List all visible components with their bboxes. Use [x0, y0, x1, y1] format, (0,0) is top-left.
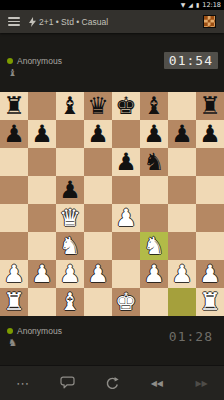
refresh-icon: [105, 376, 119, 390]
top-player-name: Anonymous: [17, 56, 62, 66]
chat-bubble-icon: [60, 376, 75, 390]
square-d8[interactable]: ♛: [84, 92, 112, 120]
piece-white-pawn[interactable]: ♟: [143, 260, 165, 288]
square-c2[interactable]: ♟: [56, 260, 84, 288]
refresh-button[interactable]: [102, 376, 122, 390]
piece-white-pawn[interactable]: ♟: [171, 260, 193, 288]
square-a5[interactable]: [0, 176, 28, 204]
piece-white-pawn[interactable]: ♟: [59, 260, 81, 288]
bottom-player-name: Anonymous: [17, 326, 62, 336]
square-c6[interactable]: [56, 148, 84, 176]
square-a1[interactable]: ♜: [0, 288, 28, 316]
square-b2[interactable]: ♟: [28, 260, 56, 288]
square-b6[interactable]: [28, 148, 56, 176]
square-h8[interactable]: ♜: [196, 92, 224, 120]
square-h1[interactable]: ♜: [196, 288, 224, 316]
piece-white-pawn[interactable]: ♟: [3, 260, 25, 288]
square-d1[interactable]: [84, 288, 112, 316]
top-player-info: Anonymous ♝: [7, 56, 62, 78]
square-a6[interactable]: [0, 148, 28, 176]
square-a2[interactable]: ♟: [0, 260, 28, 288]
more-options-button[interactable]: ⋯: [12, 376, 32, 391]
square-e1[interactable]: ♚: [112, 288, 140, 316]
square-h4[interactable]: [196, 204, 224, 232]
square-a8[interactable]: ♜: [0, 92, 28, 120]
square-g8[interactable]: [168, 92, 196, 120]
chat-button[interactable]: [57, 376, 77, 390]
square-f7[interactable]: ♟: [140, 120, 168, 148]
square-f4[interactable]: [140, 204, 168, 232]
square-e3[interactable]: [112, 232, 140, 260]
square-c8[interactable]: ♝: [56, 92, 84, 120]
square-d6[interactable]: [84, 148, 112, 176]
piece-black-queen[interactable]: ♛: [87, 92, 109, 120]
square-e5[interactable]: [112, 176, 140, 204]
piece-black-bishop[interactable]: ♝: [59, 92, 81, 120]
square-h3[interactable]: [196, 232, 224, 260]
piece-black-pawn[interactable]: ♟: [115, 148, 137, 176]
square-h5[interactable]: [196, 176, 224, 204]
square-d2[interactable]: ♟: [84, 260, 112, 288]
bottom-captured-pieces: ♞: [8, 337, 62, 348]
square-c1[interactable]: ♝: [56, 288, 84, 316]
square-a7[interactable]: ♟: [0, 120, 28, 148]
hamburger-menu-icon[interactable]: [8, 17, 20, 26]
square-d5[interactable]: [84, 176, 112, 204]
square-g6[interactable]: [168, 148, 196, 176]
piece-white-queen[interactable]: ♛: [59, 204, 81, 232]
piece-white-bishop[interactable]: ♝: [59, 288, 81, 316]
piece-black-rook[interactable]: ♜: [3, 92, 25, 120]
square-c5[interactable]: ♟: [56, 176, 84, 204]
forward-button[interactable]: ▶▶: [192, 379, 212, 388]
square-f2[interactable]: ♟: [140, 260, 168, 288]
piece-black-pawn[interactable]: ♟: [59, 176, 81, 204]
piece-white-knight[interactable]: ♞: [59, 232, 81, 260]
square-g7[interactable]: ♟: [168, 120, 196, 148]
square-b1[interactable]: [28, 288, 56, 316]
square-e4[interactable]: ♟: [112, 204, 140, 232]
square-e2[interactable]: [112, 260, 140, 288]
app-window: ▼ ◢ ▮ 12:18 2+1 • Std • Casual Anonymous…: [0, 0, 224, 400]
square-d7[interactable]: ♟: [84, 120, 112, 148]
online-indicator: [7, 328, 13, 334]
square-b5[interactable]: [28, 176, 56, 204]
status-bar: ▼ ◢ ▮ 12:18: [0, 0, 224, 10]
status-clock: 12:18: [202, 0, 221, 10]
bottom-player-clock: 01:28: [164, 328, 218, 345]
square-g3[interactable]: [168, 232, 196, 260]
app-bar: 2+1 • Std • Casual: [0, 10, 224, 33]
piece-black-pawn[interactable]: ♟: [199, 120, 221, 148]
game-toolbar: ⋯ ◀◀ ▶▶: [0, 365, 224, 400]
square-e7[interactable]: [112, 120, 140, 148]
top-player-section: Anonymous ♝ 01:54: [0, 33, 224, 92]
wifi-icon: ▼: [181, 0, 186, 10]
piece-black-rook[interactable]: ♜: [199, 92, 221, 120]
square-f6[interactable]: ♞: [140, 148, 168, 176]
top-player-clock: 01:54: [164, 52, 218, 69]
square-b4[interactable]: [28, 204, 56, 232]
square-h2[interactable]: ♟: [196, 260, 224, 288]
game-title: 2+1 • Std • Casual: [29, 17, 194, 27]
piece-white-pawn[interactable]: ♟: [31, 260, 53, 288]
square-b7[interactable]: ♟: [28, 120, 56, 148]
square-c7[interactable]: [56, 120, 84, 148]
square-e8[interactable]: ♚: [112, 92, 140, 120]
chess-board[interactable]: ♜♝♛♚♝♜♟♟♟♟♟♟♟♞♟♛♟♞♞♟♟♟♟♟♟♟♜♝♚♜: [0, 92, 224, 316]
square-d3[interactable]: [84, 232, 112, 260]
bottom-player-info: Anonymous ♞: [7, 326, 62, 348]
square-f5[interactable]: [140, 176, 168, 204]
square-b8[interactable]: [28, 92, 56, 120]
piece-white-knight[interactable]: ♞: [143, 232, 165, 260]
square-g1[interactable]: [168, 288, 196, 316]
piece-white-pawn[interactable]: ♟: [87, 260, 109, 288]
piece-white-rook[interactable]: ♜: [3, 288, 25, 316]
piece-black-pawn[interactable]: ♟: [31, 120, 53, 148]
square-h7[interactable]: ♟: [196, 120, 224, 148]
top-captured-pieces: ♝: [8, 67, 62, 78]
piece-white-king[interactable]: ♚: [115, 288, 137, 316]
square-g4[interactable]: [168, 204, 196, 232]
piece-black-pawn[interactable]: ♟: [3, 120, 25, 148]
cell-signal-icon: ◢: [188, 0, 193, 10]
piece-white-pawn[interactable]: ♟: [199, 260, 221, 288]
square-a4[interactable]: [0, 204, 28, 232]
piece-black-pawn[interactable]: ♟: [87, 120, 109, 148]
piece-black-king[interactable]: ♚: [115, 92, 137, 120]
piece-white-pawn[interactable]: ♟: [115, 204, 137, 232]
piece-black-pawn[interactable]: ♟: [143, 120, 165, 148]
square-c3[interactable]: ♞: [56, 232, 84, 260]
bottom-player-section: Anonymous ♞ 01:28: [0, 316, 224, 365]
square-b3[interactable]: [28, 232, 56, 260]
piece-black-knight[interactable]: ♞: [143, 148, 165, 176]
square-f1[interactable]: [140, 288, 168, 316]
backward-button[interactable]: ◀◀: [147, 379, 167, 388]
piece-white-rook[interactable]: ♜: [199, 288, 221, 316]
game-title-label: 2+1 • Std • Casual: [39, 17, 108, 27]
square-h6[interactable]: [196, 148, 224, 176]
square-a3[interactable]: [0, 232, 28, 260]
square-c4[interactable]: ♛: [56, 204, 84, 232]
square-e6[interactable]: ♟: [112, 148, 140, 176]
square-g5[interactable]: [168, 176, 196, 204]
blitz-icon: [29, 17, 36, 27]
analysis-board-icon[interactable]: [203, 15, 216, 28]
piece-black-pawn[interactable]: ♟: [171, 120, 193, 148]
square-f8[interactable]: ♝: [140, 92, 168, 120]
piece-black-bishop[interactable]: ♝: [143, 92, 165, 120]
battery-icon: ▮: [196, 0, 199, 10]
online-indicator: [7, 58, 13, 64]
square-f3[interactable]: ♞: [140, 232, 168, 260]
square-d4[interactable]: [84, 204, 112, 232]
square-g2[interactable]: ♟: [168, 260, 196, 288]
